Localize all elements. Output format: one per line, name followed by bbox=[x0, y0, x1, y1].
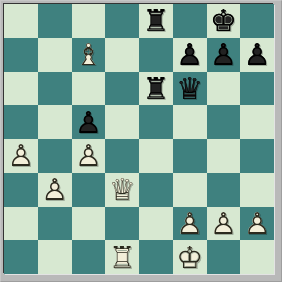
square-f4[interactable] bbox=[173, 139, 207, 173]
white-pawn-a4: ♟♙ bbox=[4, 139, 38, 173]
piece-outline-glyph: ♙ bbox=[207, 38, 241, 72]
square-g4[interactable] bbox=[207, 139, 241, 173]
piece-outline-glyph: ♖ bbox=[139, 72, 173, 106]
square-f8[interactable] bbox=[173, 4, 207, 38]
square-d6[interactable] bbox=[105, 72, 139, 106]
black-pawn-c5: ♟♙ bbox=[72, 105, 106, 139]
square-f6[interactable]: ♛♕ bbox=[173, 72, 207, 106]
piece-outline-glyph: ♖ bbox=[105, 240, 139, 274]
square-a2[interactable] bbox=[4, 207, 38, 241]
square-b2[interactable] bbox=[38, 207, 72, 241]
piece-outline-glyph: ♕ bbox=[105, 173, 139, 207]
black-pawn-h7: ♟♙ bbox=[240, 38, 274, 72]
square-g7[interactable]: ♟♙ bbox=[207, 38, 241, 72]
square-b1[interactable] bbox=[38, 240, 72, 274]
square-d3[interactable]: ♛♕ bbox=[105, 173, 139, 207]
piece-outline-glyph: ♔ bbox=[207, 4, 241, 38]
square-b7[interactable] bbox=[38, 38, 72, 72]
square-h6[interactable] bbox=[240, 72, 274, 106]
square-d8[interactable] bbox=[105, 4, 139, 38]
piece-outline-glyph: ♙ bbox=[207, 207, 241, 241]
square-e6[interactable]: ♜♖ bbox=[139, 72, 173, 106]
square-f5[interactable] bbox=[173, 105, 207, 139]
square-h8[interactable] bbox=[240, 4, 274, 38]
square-h7[interactable]: ♟♙ bbox=[240, 38, 274, 72]
square-b6[interactable] bbox=[38, 72, 72, 106]
square-b8[interactable] bbox=[38, 4, 72, 38]
square-e1[interactable] bbox=[139, 240, 173, 274]
square-a3[interactable] bbox=[4, 173, 38, 207]
square-c3[interactable] bbox=[72, 173, 106, 207]
square-a4[interactable]: ♟♙ bbox=[4, 139, 38, 173]
square-g5[interactable] bbox=[207, 105, 241, 139]
square-e3[interactable] bbox=[139, 173, 173, 207]
square-e2[interactable] bbox=[139, 207, 173, 241]
square-a5[interactable] bbox=[4, 105, 38, 139]
piece-outline-glyph: ♔ bbox=[173, 240, 207, 274]
square-d1[interactable]: ♜♖ bbox=[105, 240, 139, 274]
piece-outline-glyph: ♙ bbox=[173, 38, 207, 72]
square-g2[interactable]: ♟♙ bbox=[207, 207, 241, 241]
square-a7[interactable] bbox=[4, 38, 38, 72]
square-h4[interactable] bbox=[240, 139, 274, 173]
piece-outline-glyph: ♗ bbox=[72, 38, 106, 72]
chess-window-frame: ♜♖♚♔♝♗♟♙♟♙♟♙♜♖♛♕♟♙♟♙♟♙♟♙♛♕♟♙♟♙♟♙♜♖♚♔ bbox=[0, 0, 282, 282]
square-d7[interactable] bbox=[105, 38, 139, 72]
square-c4[interactable]: ♟♙ bbox=[72, 139, 106, 173]
square-h5[interactable] bbox=[240, 105, 274, 139]
square-g3[interactable] bbox=[207, 173, 241, 207]
black-king-g8: ♚♔ bbox=[207, 4, 241, 38]
square-f1[interactable]: ♚♔ bbox=[173, 240, 207, 274]
piece-outline-glyph: ♙ bbox=[240, 207, 274, 241]
square-c6[interactable] bbox=[72, 72, 106, 106]
square-e4[interactable] bbox=[139, 139, 173, 173]
square-b4[interactable] bbox=[38, 139, 72, 173]
square-e7[interactable] bbox=[139, 38, 173, 72]
piece-outline-glyph: ♙ bbox=[173, 207, 207, 241]
square-c8[interactable] bbox=[72, 4, 106, 38]
square-g6[interactable] bbox=[207, 72, 241, 106]
white-bishop-c7: ♝♗ bbox=[72, 38, 106, 72]
square-h3[interactable] bbox=[240, 173, 274, 207]
piece-outline-glyph: ♕ bbox=[173, 72, 207, 106]
square-a1[interactable] bbox=[4, 240, 38, 274]
square-c1[interactable] bbox=[72, 240, 106, 274]
square-g1[interactable] bbox=[207, 240, 241, 274]
white-queen-d3: ♛♕ bbox=[105, 173, 139, 207]
white-pawn-b3: ♟♙ bbox=[38, 173, 72, 207]
piece-outline-glyph: ♙ bbox=[4, 139, 38, 173]
black-queen-f6: ♛♕ bbox=[173, 72, 207, 106]
piece-outline-glyph: ♙ bbox=[72, 105, 106, 139]
square-c7[interactable]: ♝♗ bbox=[72, 38, 106, 72]
square-d4[interactable] bbox=[105, 139, 139, 173]
square-f3[interactable] bbox=[173, 173, 207, 207]
square-c2[interactable] bbox=[72, 207, 106, 241]
chess-board: ♜♖♚♔♝♗♟♙♟♙♟♙♜♖♛♕♟♙♟♙♟♙♟♙♛♕♟♙♟♙♟♙♜♖♚♔ bbox=[4, 4, 274, 274]
white-pawn-h2: ♟♙ bbox=[240, 207, 274, 241]
square-b5[interactable] bbox=[38, 105, 72, 139]
square-h1[interactable] bbox=[240, 240, 274, 274]
white-pawn-g2: ♟♙ bbox=[207, 207, 241, 241]
black-pawn-g7: ♟♙ bbox=[207, 38, 241, 72]
white-pawn-f2: ♟♙ bbox=[173, 207, 207, 241]
white-king-f1: ♚♔ bbox=[173, 240, 207, 274]
piece-outline-glyph: ♙ bbox=[38, 173, 72, 207]
square-d5[interactable] bbox=[105, 105, 139, 139]
square-f7[interactable]: ♟♙ bbox=[173, 38, 207, 72]
piece-outline-glyph: ♙ bbox=[240, 38, 274, 72]
black-pawn-f7: ♟♙ bbox=[173, 38, 207, 72]
square-c5[interactable]: ♟♙ bbox=[72, 105, 106, 139]
piece-outline-glyph: ♖ bbox=[139, 4, 173, 38]
piece-outline-glyph: ♙ bbox=[72, 139, 106, 173]
square-b3[interactable]: ♟♙ bbox=[38, 173, 72, 207]
square-a6[interactable] bbox=[4, 72, 38, 106]
white-rook-d1: ♜♖ bbox=[105, 240, 139, 274]
square-e8[interactable]: ♜♖ bbox=[139, 4, 173, 38]
square-d2[interactable] bbox=[105, 207, 139, 241]
square-e5[interactable] bbox=[139, 105, 173, 139]
black-rook-e8: ♜♖ bbox=[139, 4, 173, 38]
square-h2[interactable]: ♟♙ bbox=[240, 207, 274, 241]
square-f2[interactable]: ♟♙ bbox=[173, 207, 207, 241]
square-g8[interactable]: ♚♔ bbox=[207, 4, 241, 38]
square-a8[interactable] bbox=[4, 4, 38, 38]
black-rook-e6: ♜♖ bbox=[139, 72, 173, 106]
white-pawn-c4: ♟♙ bbox=[72, 139, 106, 173]
